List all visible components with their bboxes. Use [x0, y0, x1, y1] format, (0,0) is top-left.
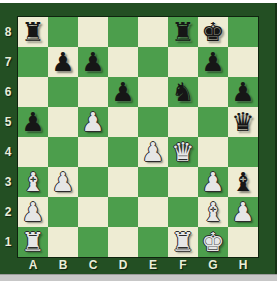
file-label-d: D	[108, 258, 138, 274]
square-b2[interactable]	[48, 197, 78, 227]
file-label-b: B	[48, 258, 78, 274]
square-e6[interactable]	[138, 77, 168, 107]
white-king[interactable]: ♚	[201, 227, 224, 257]
chess-board: ♜♜♚♟♟♟♟♞♟♟♟♛♟♛♝♟♟♝♟♝♟♜♜♚	[17, 16, 259, 258]
square-g8[interactable]: ♚	[198, 17, 228, 47]
square-f5[interactable]	[168, 107, 198, 137]
rank-label-5: 5	[0, 107, 16, 137]
square-b3[interactable]: ♟	[48, 167, 78, 197]
white-pawn[interactable]: ♟	[51, 167, 74, 197]
white-bishop[interactable]: ♝	[21, 167, 44, 197]
rank-label-4: 4	[0, 137, 16, 167]
square-c7[interactable]: ♟	[78, 47, 108, 77]
rank-coordinates: 87654321	[0, 17, 16, 257]
white-pawn[interactable]: ♟	[21, 197, 44, 227]
file-label-h: H	[228, 258, 258, 274]
square-h3[interactable]: ♝	[228, 167, 258, 197]
white-bishop[interactable]: ♝	[201, 197, 224, 227]
square-g4[interactable]	[198, 137, 228, 167]
square-h4[interactable]	[228, 137, 258, 167]
file-label-f: F	[168, 258, 198, 274]
square-b5[interactable]	[48, 107, 78, 137]
black-bishop[interactable]: ♝	[231, 167, 254, 197]
square-d6[interactable]: ♟	[108, 77, 138, 107]
square-f4[interactable]: ♛	[168, 137, 198, 167]
black-pawn[interactable]: ♟	[111, 77, 134, 107]
square-a5[interactable]: ♟	[18, 107, 48, 137]
square-g7[interactable]: ♟	[198, 47, 228, 77]
rank-label-1: 1	[0, 227, 16, 257]
black-knight[interactable]: ♞	[171, 77, 194, 107]
file-coordinates: ABCDEFGH	[18, 258, 258, 274]
file-label-e: E	[138, 258, 168, 274]
square-d8[interactable]	[108, 17, 138, 47]
square-f6[interactable]: ♞	[168, 77, 198, 107]
white-pawn[interactable]: ♟	[81, 107, 104, 137]
square-c1[interactable]	[78, 227, 108, 257]
white-pawn[interactable]: ♟	[231, 197, 254, 227]
square-a6[interactable]	[18, 77, 48, 107]
square-a7[interactable]	[18, 47, 48, 77]
square-h7[interactable]	[228, 47, 258, 77]
square-d2[interactable]	[108, 197, 138, 227]
chess-diagram: 87654321 ♜♜♚♟♟♟♟♞♟♟♟♛♟♛♝♟♟♝♟♝♟♜♜♚ ABCDEF…	[0, 0, 277, 281]
square-f7[interactable]	[168, 47, 198, 77]
square-c5[interactable]: ♟	[78, 107, 108, 137]
white-rook[interactable]: ♜	[21, 227, 44, 257]
square-c8[interactable]	[78, 17, 108, 47]
square-e2[interactable]	[138, 197, 168, 227]
square-h6[interactable]: ♟	[228, 77, 258, 107]
file-label-a: A	[18, 258, 48, 274]
square-f1[interactable]: ♜	[168, 227, 198, 257]
black-pawn[interactable]: ♟	[21, 107, 44, 137]
square-f3[interactable]	[168, 167, 198, 197]
square-e8[interactable]	[138, 17, 168, 47]
square-a3[interactable]: ♝	[18, 167, 48, 197]
black-rook[interactable]: ♜	[21, 17, 44, 47]
square-h1[interactable]	[228, 227, 258, 257]
square-a8[interactable]: ♜	[18, 17, 48, 47]
square-g1[interactable]: ♚	[198, 227, 228, 257]
file-label-c: C	[78, 258, 108, 274]
black-pawn[interactable]: ♟	[201, 47, 224, 77]
square-b1[interactable]	[48, 227, 78, 257]
black-pawn[interactable]: ♟	[81, 47, 104, 77]
square-d4[interactable]	[108, 137, 138, 167]
square-c6[interactable]	[78, 77, 108, 107]
black-rook[interactable]: ♜	[171, 17, 194, 47]
square-d7[interactable]	[108, 47, 138, 77]
square-b6[interactable]	[48, 77, 78, 107]
rank-label-6: 6	[0, 77, 16, 107]
rank-label-8: 8	[0, 17, 16, 47]
square-g6[interactable]	[198, 77, 228, 107]
square-h5[interactable]: ♛	[228, 107, 258, 137]
square-b4[interactable]	[48, 137, 78, 167]
square-g5[interactable]	[198, 107, 228, 137]
square-e5[interactable]	[138, 107, 168, 137]
black-pawn[interactable]: ♟	[51, 47, 74, 77]
white-pawn[interactable]: ♟	[201, 167, 224, 197]
square-e1[interactable]	[138, 227, 168, 257]
black-pawn[interactable]: ♟	[231, 77, 254, 107]
square-f2[interactable]	[168, 197, 198, 227]
square-a4[interactable]	[18, 137, 48, 167]
square-e7[interactable]	[138, 47, 168, 77]
black-queen[interactable]: ♛	[231, 107, 254, 137]
square-a1[interactable]: ♜	[18, 227, 48, 257]
white-rook[interactable]: ♜	[171, 227, 194, 257]
square-c4[interactable]	[78, 137, 108, 167]
file-label-g: G	[198, 258, 228, 274]
square-d3[interactable]	[108, 167, 138, 197]
page-top-strip	[0, 0, 277, 3]
white-queen[interactable]: ♛	[171, 137, 194, 167]
square-g3[interactable]: ♟	[198, 167, 228, 197]
rank-label-3: 3	[0, 167, 16, 197]
square-d1[interactable]	[108, 227, 138, 257]
square-b7[interactable]: ♟	[48, 47, 78, 77]
square-b8[interactable]	[48, 17, 78, 47]
rank-label-2: 2	[0, 197, 16, 227]
square-f8[interactable]: ♜	[168, 17, 198, 47]
square-a2[interactable]: ♟	[18, 197, 48, 227]
square-d5[interactable]	[108, 107, 138, 137]
square-e3[interactable]	[138, 167, 168, 197]
page-right-edge	[275, 3, 277, 274]
square-e4[interactable]: ♟	[138, 137, 168, 167]
black-king[interactable]: ♚	[201, 17, 224, 47]
square-h2[interactable]: ♟	[228, 197, 258, 227]
square-h8[interactable]	[228, 17, 258, 47]
square-c3[interactable]	[78, 167, 108, 197]
white-pawn[interactable]: ♟	[141, 137, 164, 167]
square-c2[interactable]	[78, 197, 108, 227]
page-bottom-strip	[0, 274, 277, 281]
rank-label-7: 7	[0, 47, 16, 77]
square-g2[interactable]: ♝	[198, 197, 228, 227]
